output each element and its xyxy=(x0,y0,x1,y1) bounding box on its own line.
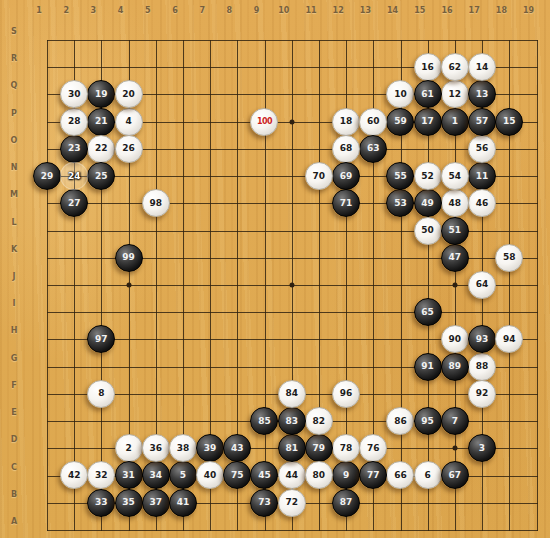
stone-5[interactable]: 5 xyxy=(169,461,197,489)
stone-37[interactable]: 37 xyxy=(142,489,170,517)
stone-73[interactable]: 73 xyxy=(250,489,278,517)
col-label-2: 2 xyxy=(63,6,69,15)
row-label-E: E xyxy=(11,408,16,417)
stone-96[interactable]: 96 xyxy=(332,380,360,408)
stone-56[interactable]: 56 xyxy=(468,135,496,163)
stone-51[interactable]: 51 xyxy=(441,217,469,245)
stone-30[interactable]: 30 xyxy=(60,80,88,108)
col-label-16: 16 xyxy=(441,6,452,15)
stone-50[interactable]: 50 xyxy=(414,217,442,245)
go-board-app: 12345678910111213141516171819 SRQPONMLKJ… xyxy=(0,0,550,538)
stone-94[interactable]: 94 xyxy=(495,325,523,353)
stone-52[interactable]: 52 xyxy=(414,162,442,190)
row-label-S: S xyxy=(11,27,17,36)
stone-12[interactable]: 12 xyxy=(441,80,469,108)
stone-2[interactable]: 2 xyxy=(115,434,143,462)
stone-79[interactable]: 79 xyxy=(305,434,333,462)
stone-27[interactable]: 27 xyxy=(60,189,88,217)
stone-100[interactable]: 100 xyxy=(250,108,278,136)
row-label-P: P xyxy=(11,108,17,117)
stone-86[interactable]: 86 xyxy=(386,407,414,435)
stone-89[interactable]: 89 xyxy=(441,353,469,381)
stone-93[interactable]: 93 xyxy=(468,325,496,353)
stone-49[interactable]: 49 xyxy=(414,189,442,217)
stone-47[interactable]: 47 xyxy=(441,244,469,272)
col-label-8: 8 xyxy=(227,6,233,15)
stone-88[interactable]: 88 xyxy=(468,353,496,381)
stone-63[interactable]: 63 xyxy=(359,135,387,163)
row-label-M: M xyxy=(10,190,18,199)
stone-61[interactable]: 61 xyxy=(414,80,442,108)
stone-71[interactable]: 71 xyxy=(332,189,360,217)
row-label-L: L xyxy=(11,217,16,226)
stone-3[interactable]: 3 xyxy=(468,434,496,462)
col-label-15: 15 xyxy=(414,6,425,15)
stone-70[interactable]: 70 xyxy=(305,162,333,190)
stone-20[interactable]: 20 xyxy=(115,80,143,108)
row-label-R: R xyxy=(11,54,17,63)
row-label-N: N xyxy=(11,163,18,172)
stone-69[interactable]: 69 xyxy=(332,162,360,190)
col-label-3: 3 xyxy=(91,6,97,15)
row-label-C: C xyxy=(11,462,17,471)
stone-43[interactable]: 43 xyxy=(223,434,251,462)
stone-9[interactable]: 9 xyxy=(332,461,360,489)
stone-21[interactable]: 21 xyxy=(87,108,115,136)
stone-23[interactable]: 23 xyxy=(60,135,88,163)
stone-55[interactable]: 55 xyxy=(386,162,414,190)
stone-45[interactable]: 45 xyxy=(250,461,278,489)
stone-22[interactable]: 22 xyxy=(87,135,115,163)
stone-95[interactable]: 95 xyxy=(414,407,442,435)
stone-10[interactable]: 10 xyxy=(386,80,414,108)
stone-16[interactable]: 16 xyxy=(414,53,442,81)
row-label-I: I xyxy=(13,299,16,308)
col-label-14: 14 xyxy=(387,6,398,15)
stone-58[interactable]: 58 xyxy=(495,244,523,272)
stone-90[interactable]: 90 xyxy=(441,325,469,353)
stone-68[interactable]: 68 xyxy=(332,135,360,163)
col-label-10: 10 xyxy=(278,6,289,15)
stone-42[interactable]: 42 xyxy=(60,461,88,489)
stone-82[interactable]: 82 xyxy=(305,407,333,435)
stone-46[interactable]: 46 xyxy=(468,189,496,217)
stone-17[interactable]: 17 xyxy=(414,108,442,136)
stone-35[interactable]: 35 xyxy=(115,489,143,517)
row-label-A: A xyxy=(11,516,17,525)
go-board[interactable]: 1234567891011121314151617181920212223252… xyxy=(33,26,550,538)
stone-54[interactable]: 54 xyxy=(441,162,469,190)
row-label-O: O xyxy=(11,135,18,144)
col-label-4: 4 xyxy=(118,6,124,15)
stone-26[interactable]: 26 xyxy=(115,135,143,163)
stone-85[interactable]: 85 xyxy=(250,407,278,435)
col-label-5: 5 xyxy=(145,6,151,15)
col-label-7: 7 xyxy=(199,6,205,15)
stone-75[interactable]: 75 xyxy=(223,461,251,489)
stone-41[interactable]: 41 xyxy=(169,489,197,517)
row-label-Q: Q xyxy=(11,81,18,90)
stone-15[interactable]: 15 xyxy=(495,108,523,136)
col-label-9: 9 xyxy=(254,6,260,15)
col-label-12: 12 xyxy=(333,6,344,15)
stone-18[interactable]: 18 xyxy=(332,108,360,136)
col-label-18: 18 xyxy=(496,6,507,15)
stone-6[interactable]: 6 xyxy=(414,461,442,489)
stone-19[interactable]: 19 xyxy=(87,80,115,108)
stone-78[interactable]: 78 xyxy=(332,434,360,462)
stone-34[interactable]: 34 xyxy=(142,461,170,489)
stone-39[interactable]: 39 xyxy=(196,434,224,462)
stone-25[interactable]: 25 xyxy=(87,162,115,190)
row-label-D: D xyxy=(11,435,18,444)
stone-28[interactable]: 28 xyxy=(60,108,88,136)
row-label-G: G xyxy=(11,353,18,362)
stone-59[interactable]: 59 xyxy=(386,108,414,136)
row-label-J: J xyxy=(13,271,16,280)
captured-marker-24[interactable]: 24 xyxy=(60,162,88,190)
col-label-1: 1 xyxy=(36,6,42,15)
stone-80[interactable]: 80 xyxy=(305,461,333,489)
stone-76[interactable]: 76 xyxy=(359,434,387,462)
row-label-K: K xyxy=(11,244,17,253)
stone-36[interactable]: 36 xyxy=(142,434,170,462)
stone-32[interactable]: 32 xyxy=(87,461,115,489)
stone-7[interactable]: 7 xyxy=(441,407,469,435)
stone-67[interactable]: 67 xyxy=(441,461,469,489)
row-label-B: B xyxy=(11,489,17,498)
stone-91[interactable]: 91 xyxy=(414,353,442,381)
stone-13[interactable]: 13 xyxy=(468,80,496,108)
stone-57[interactable]: 57 xyxy=(468,108,496,136)
stone-81[interactable]: 81 xyxy=(278,434,306,462)
stone-92[interactable]: 92 xyxy=(468,380,496,408)
stone-14[interactable]: 14 xyxy=(468,53,496,81)
stone-87[interactable]: 87 xyxy=(332,489,360,517)
stone-66[interactable]: 66 xyxy=(386,461,414,489)
stone-38[interactable]: 38 xyxy=(169,434,197,462)
stone-83[interactable]: 83 xyxy=(278,407,306,435)
stone-62[interactable]: 62 xyxy=(441,53,469,81)
stone-72[interactable]: 72 xyxy=(278,489,306,517)
stone-99[interactable]: 99 xyxy=(115,244,143,272)
stone-84[interactable]: 84 xyxy=(278,380,306,408)
col-label-11: 11 xyxy=(305,6,316,15)
stone-64[interactable]: 64 xyxy=(468,271,496,299)
stone-44[interactable]: 44 xyxy=(278,461,306,489)
col-label-17: 17 xyxy=(469,6,480,15)
stone-40[interactable]: 40 xyxy=(196,461,224,489)
stone-29[interactable]: 29 xyxy=(33,162,61,190)
stone-11[interactable]: 11 xyxy=(468,162,496,190)
stone-48[interactable]: 48 xyxy=(441,189,469,217)
row-label-F: F xyxy=(11,380,16,389)
row-label-H: H xyxy=(11,326,18,335)
stone-8[interactable]: 8 xyxy=(87,380,115,408)
stone-53[interactable]: 53 xyxy=(386,189,414,217)
stone-77[interactable]: 77 xyxy=(359,461,387,489)
stone-98[interactable]: 98 xyxy=(142,189,170,217)
stone-4[interactable]: 4 xyxy=(115,108,143,136)
stone-31[interactable]: 31 xyxy=(115,461,143,489)
stone-1[interactable]: 1 xyxy=(441,108,469,136)
col-label-13: 13 xyxy=(360,6,371,15)
stone-65[interactable]: 65 xyxy=(414,298,442,326)
stone-60[interactable]: 60 xyxy=(359,108,387,136)
col-label-19: 19 xyxy=(523,6,534,15)
col-label-6: 6 xyxy=(172,6,178,15)
stone-33[interactable]: 33 xyxy=(87,489,115,517)
stone-97[interactable]: 97 xyxy=(87,325,115,353)
